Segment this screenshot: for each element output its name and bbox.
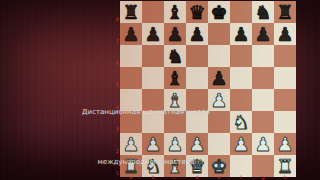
square-f4[interactable] bbox=[230, 89, 252, 111]
rank-label-8: 8 bbox=[111, 1, 119, 23]
rank-label-7: 7 bbox=[111, 23, 119, 45]
square-d7[interactable]: ♟ bbox=[186, 23, 208, 45]
file-label-e: e bbox=[208, 175, 230, 180]
rank-label-2: 2 bbox=[111, 133, 119, 155]
black-king[interactable]: ♚ bbox=[208, 1, 230, 23]
rank-label-3: 3 bbox=[111, 111, 119, 133]
square-a8[interactable]: ♜ bbox=[120, 1, 142, 23]
square-g6[interactable] bbox=[252, 45, 274, 67]
square-h8[interactable]: ♜ bbox=[274, 1, 296, 23]
square-g7[interactable]: ♟ bbox=[252, 23, 274, 45]
white-pawn[interactable]: ♟ bbox=[208, 89, 230, 111]
white-bishop[interactable]: ♝ bbox=[164, 89, 186, 111]
black-bishop[interactable]: ♝ bbox=[164, 67, 186, 89]
square-c4[interactable]: ♝ bbox=[164, 89, 186, 111]
file-labels: abcdefgh bbox=[120, 175, 296, 180]
black-pawn[interactable]: ♟ bbox=[230, 23, 252, 45]
white-knight[interactable]: ♞ bbox=[230, 111, 252, 133]
white-pawn[interactable]: ♟ bbox=[252, 133, 274, 155]
square-h5[interactable] bbox=[274, 67, 296, 89]
black-rook[interactable]: ♜ bbox=[120, 1, 142, 23]
square-c7[interactable]: ♟ bbox=[164, 23, 186, 45]
square-d6[interactable] bbox=[186, 45, 208, 67]
file-label-f: f bbox=[230, 175, 252, 180]
square-h7[interactable]: ♟ bbox=[274, 23, 296, 45]
square-d5[interactable] bbox=[186, 67, 208, 89]
square-b2[interactable]: ♟ bbox=[142, 133, 164, 155]
square-e6[interactable] bbox=[208, 45, 230, 67]
square-d2[interactable]: ♟ bbox=[186, 133, 208, 155]
square-e2[interactable] bbox=[208, 133, 230, 155]
square-f7[interactable]: ♟ bbox=[230, 23, 252, 45]
black-pawn[interactable]: ♟ bbox=[120, 23, 142, 45]
square-e5[interactable]: ♟ bbox=[208, 67, 230, 89]
file-label-h: h bbox=[274, 175, 296, 180]
square-b4[interactable] bbox=[142, 89, 164, 111]
square-a3[interactable] bbox=[120, 111, 142, 133]
file-label-b: b bbox=[142, 175, 164, 180]
square-g4[interactable] bbox=[252, 89, 274, 111]
file-label-c: c bbox=[164, 175, 186, 180]
square-c3[interactable] bbox=[164, 111, 186, 133]
square-h2[interactable]: ♟ bbox=[274, 133, 296, 155]
white-pawn[interactable]: ♟ bbox=[186, 133, 208, 155]
chess-board[interactable]: ♜♝♛♚♞♜♟♟♟♟♟♟♟♞♝♟♝♟♞♟♟♟♟♟♟♟♜♞♝♛♚♜ bbox=[120, 1, 296, 177]
square-c6[interactable]: ♞ bbox=[164, 45, 186, 67]
square-e8[interactable]: ♚ bbox=[208, 1, 230, 23]
square-b5[interactable] bbox=[142, 67, 164, 89]
square-g8[interactable]: ♞ bbox=[252, 1, 274, 23]
file-label-a: a bbox=[120, 175, 142, 180]
square-h3[interactable] bbox=[274, 111, 296, 133]
black-rook[interactable]: ♜ bbox=[274, 1, 296, 23]
square-d3[interactable] bbox=[186, 111, 208, 133]
black-pawn[interactable]: ♟ bbox=[142, 23, 164, 45]
black-bishop[interactable]: ♝ bbox=[164, 1, 186, 23]
black-pawn[interactable]: ♟ bbox=[208, 67, 230, 89]
file-label-d: d bbox=[186, 175, 208, 180]
square-g5[interactable] bbox=[252, 67, 274, 89]
square-a4[interactable] bbox=[120, 89, 142, 111]
square-b7[interactable]: ♟ bbox=[142, 23, 164, 45]
square-f8[interactable] bbox=[230, 1, 252, 23]
video-frame: ♜♝♛♚♞♜♟♟♟♟♟♟♟♞♝♟♝♟♞♟♟♟♟♟♟♟♜♞♝♛♚♜ 8765432… bbox=[0, 0, 320, 180]
square-c2[interactable]: ♟ bbox=[164, 133, 186, 155]
black-pawn[interactable]: ♟ bbox=[252, 23, 274, 45]
square-a6[interactable] bbox=[120, 45, 142, 67]
rank-labels: 87654321 bbox=[111, 1, 119, 177]
rank-label-1: 1 bbox=[111, 155, 119, 177]
white-pawn[interactable]: ♟ bbox=[230, 133, 252, 155]
black-pawn[interactable]: ♟ bbox=[274, 23, 296, 45]
black-knight[interactable]: ♞ bbox=[164, 45, 186, 67]
square-f5[interactable] bbox=[230, 67, 252, 89]
square-f6[interactable] bbox=[230, 45, 252, 67]
square-g2[interactable]: ♟ bbox=[252, 133, 274, 155]
square-a5[interactable] bbox=[120, 67, 142, 89]
square-d4[interactable] bbox=[186, 89, 208, 111]
square-a2[interactable]: ♟ bbox=[120, 133, 142, 155]
white-pawn[interactable]: ♟ bbox=[164, 133, 186, 155]
square-c5[interactable]: ♝ bbox=[164, 67, 186, 89]
rank-label-6: 6 bbox=[111, 45, 119, 67]
white-pawn[interactable]: ♟ bbox=[120, 133, 142, 155]
black-knight[interactable]: ♞ bbox=[252, 1, 274, 23]
square-a7[interactable]: ♟ bbox=[120, 23, 142, 45]
black-queen[interactable]: ♛ bbox=[186, 1, 208, 23]
rank-label-5: 5 bbox=[111, 67, 119, 89]
white-pawn[interactable]: ♟ bbox=[142, 133, 164, 155]
black-pawn[interactable]: ♟ bbox=[186, 23, 208, 45]
square-f3[interactable]: ♞ bbox=[230, 111, 252, 133]
file-label-g: g bbox=[252, 175, 274, 180]
black-pawn[interactable]: ♟ bbox=[164, 23, 186, 45]
square-e4[interactable]: ♟ bbox=[208, 89, 230, 111]
square-e7[interactable] bbox=[208, 23, 230, 45]
square-b6[interactable] bbox=[142, 45, 164, 67]
square-c8[interactable]: ♝ bbox=[164, 1, 186, 23]
square-b3[interactable] bbox=[142, 111, 164, 133]
rank-label-4: 4 bbox=[111, 89, 119, 111]
square-h6[interactable] bbox=[274, 45, 296, 67]
square-b8[interactable] bbox=[142, 1, 164, 23]
square-g3[interactable] bbox=[252, 111, 274, 133]
square-e3[interactable] bbox=[208, 111, 230, 133]
square-f2[interactable]: ♟ bbox=[230, 133, 252, 155]
square-h4[interactable] bbox=[274, 89, 296, 111]
white-pawn[interactable]: ♟ bbox=[274, 133, 296, 155]
square-d8[interactable]: ♛ bbox=[186, 1, 208, 23]
